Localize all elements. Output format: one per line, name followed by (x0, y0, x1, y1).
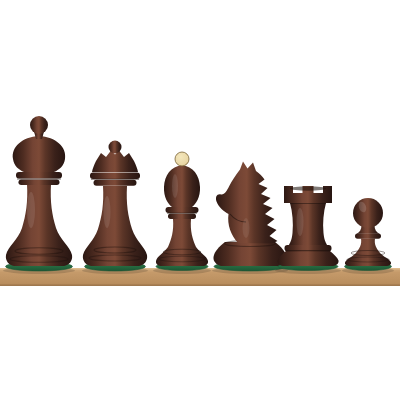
knight-base (213, 242, 286, 266)
bishop-body (156, 219, 208, 266)
queen-coronet (92, 151, 138, 173)
king-body (6, 184, 72, 266)
bishop-collar-ring (166, 207, 199, 213)
queen-collar-ring2 (94, 180, 137, 186)
bishop-mitre (164, 165, 200, 207)
queen-body (83, 186, 147, 266)
chess-pieces-illustration (0, 0, 400, 400)
pawn-piece (342, 198, 394, 274)
chess-pieces-photo (0, 0, 400, 400)
king-ball-finial (30, 116, 48, 134)
queen-ball-finial (109, 141, 122, 154)
rook-top-opening (290, 186, 326, 190)
queen-piece (82, 141, 148, 275)
bishop-collar-ring2 (168, 214, 196, 220)
bishop-piece (153, 152, 211, 274)
rook-tower (289, 203, 327, 245)
knight-piece (212, 162, 288, 275)
bishop-cream-finial (175, 152, 189, 166)
pawn-ball-head (353, 198, 383, 228)
rook-piece (275, 186, 341, 274)
king-crown (13, 136, 65, 172)
queen-collar-ring (90, 173, 140, 180)
rook-base (277, 251, 338, 266)
king-piece (3, 116, 75, 274)
king-collar-ring (16, 172, 62, 179)
king-collar-ring2 (19, 180, 60, 186)
pawn-collar-ring (355, 234, 381, 239)
